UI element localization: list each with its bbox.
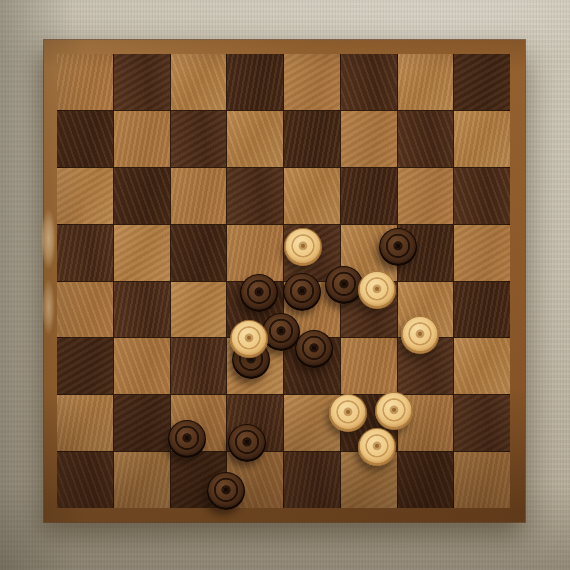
checker-dark[interactable] (325, 266, 363, 304)
checker-light[interactable] (329, 394, 367, 432)
checker-dark[interactable] (228, 424, 266, 462)
checker-light[interactable] (401, 316, 439, 354)
checker-dark[interactable] (240, 274, 278, 312)
checker-dark[interactable] (295, 330, 333, 368)
checker-light[interactable] (358, 428, 396, 466)
checker-dark[interactable] (283, 273, 321, 311)
checker-light[interactable] (375, 392, 413, 430)
checker-dark[interactable] (207, 472, 245, 510)
checker-dark[interactable] (168, 420, 206, 458)
pieces-layer (0, 0, 570, 570)
checker-dark[interactable] (379, 228, 417, 266)
checker-light[interactable] (284, 228, 322, 266)
checker-light[interactable] (358, 271, 396, 309)
checker-light[interactable] (230, 320, 268, 358)
